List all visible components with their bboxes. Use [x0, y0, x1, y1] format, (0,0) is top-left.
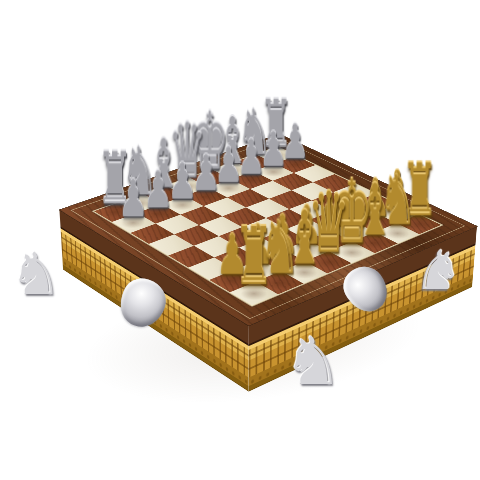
silver-pawn-a7[interactable]: ♟ [118, 175, 149, 222]
pegasus-figure-right-corner: ♞ [414, 244, 462, 298]
product-photo-scene: ♜♞♝♛♚♝♞♜♟♟♟♟♟♟♟♟♟♟♟♟♟♟♟♟♜♞♝♛♚♝♞♜ ♞♞♞ [0, 0, 480, 480]
gold-rook-a1[interactable]: ♜ [234, 221, 273, 294]
pegasus-figure-front-corner: ♞ [283, 329, 342, 395]
pegasus-figure-left-corner: ♞ [10, 245, 62, 303]
